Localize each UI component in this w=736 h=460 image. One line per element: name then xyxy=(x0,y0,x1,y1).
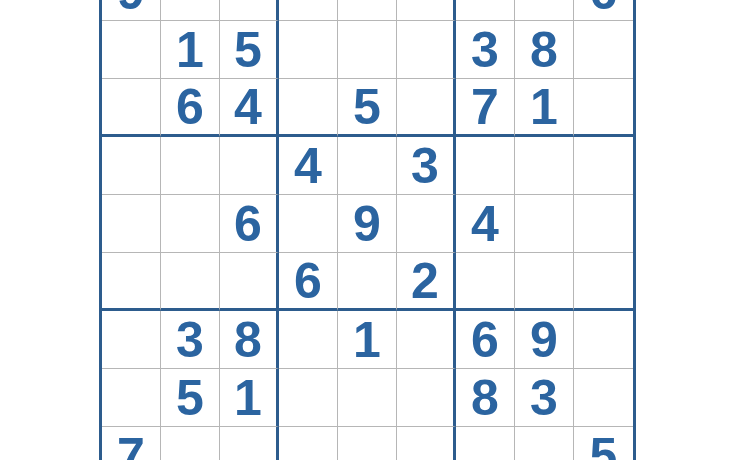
cell-r4c7[interactable] xyxy=(456,137,515,195)
cell-r3c1[interactable] xyxy=(102,79,161,137)
cell-r7c6[interactable] xyxy=(397,311,456,369)
cell-r4c6-given[interactable]: 3 xyxy=(397,137,456,195)
cell-r8c3-given[interactable]: 1 xyxy=(220,369,279,427)
cell-r1c7[interactable] xyxy=(456,0,515,21)
cell-r7c7-given[interactable]: 6 xyxy=(456,311,515,369)
cell-r1c3[interactable] xyxy=(220,0,279,21)
cell-r8c6[interactable] xyxy=(397,369,456,427)
cell-r6c6-given[interactable]: 2 xyxy=(397,253,456,311)
cell-r4c3[interactable] xyxy=(220,137,279,195)
cell-r7c4[interactable] xyxy=(279,311,338,369)
cell-r1c4[interactable] xyxy=(279,0,338,21)
cell-r5c7-given[interactable]: 4 xyxy=(456,195,515,253)
cell-r3c9[interactable] xyxy=(574,79,633,137)
cell-r7c9[interactable] xyxy=(574,311,633,369)
cell-r9c4[interactable] xyxy=(279,427,338,460)
cell-r8c8-given[interactable]: 3 xyxy=(515,369,574,427)
cell-r6c2[interactable] xyxy=(161,253,220,311)
cell-r2c8-given[interactable]: 8 xyxy=(515,21,574,79)
cell-r8c2-given[interactable]: 5 xyxy=(161,369,220,427)
cell-r5c1[interactable] xyxy=(102,195,161,253)
cell-r1c1-given[interactable]: 9 xyxy=(102,0,161,21)
cell-r3c3-given[interactable]: 4 xyxy=(220,79,279,137)
cell-r1c9-given[interactable]: 6 xyxy=(574,0,633,21)
cell-r2c5[interactable] xyxy=(338,21,397,79)
cell-r4c8[interactable] xyxy=(515,137,574,195)
cell-r9c1-given[interactable]: 7 xyxy=(102,427,161,460)
cell-r3c4[interactable] xyxy=(279,79,338,137)
cell-r6c5[interactable] xyxy=(338,253,397,311)
cell-r5c4[interactable] xyxy=(279,195,338,253)
cell-r2c9[interactable] xyxy=(574,21,633,79)
cell-r1c5[interactable] xyxy=(338,0,397,21)
cell-r3c6[interactable] xyxy=(397,79,456,137)
cell-r6c1[interactable] xyxy=(102,253,161,311)
cell-r7c3-given[interactable]: 8 xyxy=(220,311,279,369)
cell-r9c5[interactable] xyxy=(338,427,397,460)
cell-r1c2[interactable] xyxy=(161,0,220,21)
cell-r2c4[interactable] xyxy=(279,21,338,79)
cell-r5c3-given[interactable]: 6 xyxy=(220,195,279,253)
cell-r5c2[interactable] xyxy=(161,195,220,253)
cell-r7c8-given[interactable]: 9 xyxy=(515,311,574,369)
cell-r5c5-given[interactable]: 9 xyxy=(338,195,397,253)
cell-r6c3[interactable] xyxy=(220,253,279,311)
cell-r3c2-given[interactable]: 6 xyxy=(161,79,220,137)
cell-r2c1[interactable] xyxy=(102,21,161,79)
cell-r8c9[interactable] xyxy=(574,369,633,427)
cell-r6c4-given[interactable]: 6 xyxy=(279,253,338,311)
cell-r5c6[interactable] xyxy=(397,195,456,253)
cell-r8c4[interactable] xyxy=(279,369,338,427)
cell-r8c5[interactable] xyxy=(338,369,397,427)
cell-r7c5-given[interactable]: 1 xyxy=(338,311,397,369)
cell-r9c7[interactable] xyxy=(456,427,515,460)
cell-r3c5-given[interactable]: 5 xyxy=(338,79,397,137)
cell-r9c8[interactable] xyxy=(515,427,574,460)
cell-r1c6[interactable] xyxy=(397,0,456,21)
cell-r3c8-given[interactable]: 1 xyxy=(515,79,574,137)
cell-r2c2-given[interactable]: 1 xyxy=(161,21,220,79)
cell-r3c7-given[interactable]: 7 xyxy=(456,79,515,137)
cell-r4c9[interactable] xyxy=(574,137,633,195)
cell-r9c6[interactable] xyxy=(397,427,456,460)
cell-r9c3[interactable] xyxy=(220,427,279,460)
cell-r7c2-given[interactable]: 3 xyxy=(161,311,220,369)
cell-r5c8[interactable] xyxy=(515,195,574,253)
cell-r4c4-given[interactable]: 4 xyxy=(279,137,338,195)
cell-r6c9[interactable] xyxy=(574,253,633,311)
cell-r8c1[interactable] xyxy=(102,369,161,427)
cell-r4c2[interactable] xyxy=(161,137,220,195)
cell-r7c1[interactable] xyxy=(102,311,161,369)
cell-r5c9[interactable] xyxy=(574,195,633,253)
sudoku-board: 96153864571436946238169518375 xyxy=(99,0,636,460)
cell-r9c9-given[interactable]: 5 xyxy=(574,427,633,460)
cell-r4c5[interactable] xyxy=(338,137,397,195)
cell-r1c8[interactable] xyxy=(515,0,574,21)
cell-r2c7-given[interactable]: 3 xyxy=(456,21,515,79)
cell-r6c8[interactable] xyxy=(515,253,574,311)
cell-r9c2[interactable] xyxy=(161,427,220,460)
cell-r2c6[interactable] xyxy=(397,21,456,79)
page: 96153864571436946238169518375 xyxy=(0,0,736,460)
cell-r2c3-given[interactable]: 5 xyxy=(220,21,279,79)
cell-r6c7[interactable] xyxy=(456,253,515,311)
cell-r8c7-given[interactable]: 8 xyxy=(456,369,515,427)
cell-r4c1[interactable] xyxy=(102,137,161,195)
